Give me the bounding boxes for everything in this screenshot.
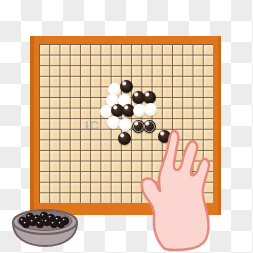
stone-highlight — [31, 220, 33, 222]
transparency-checker-background: IC — [0, 0, 253, 253]
watermark-ring — [144, 121, 155, 132]
bowl-black-stone — [57, 220, 65, 228]
stone-bowl — [10, 205, 80, 251]
go-board-grid — [39, 44, 213, 203]
stone-highlight — [35, 217, 37, 219]
stone-highlight — [52, 222, 54, 224]
stone-highlight — [45, 220, 47, 222]
watermark-ring — [133, 121, 144, 132]
watermark-text: IC — [85, 118, 100, 133]
stone-highlight — [63, 219, 65, 221]
stone-highlight — [56, 218, 58, 220]
stone-highlight — [49, 216, 51, 218]
stone-highlight — [38, 222, 40, 224]
stone-highlight — [21, 219, 23, 221]
stone-highlight — [24, 222, 26, 224]
stone-highlight — [42, 214, 44, 216]
stone-highlight — [59, 222, 61, 224]
go-board — [30, 36, 221, 215]
stone-highlight — [28, 215, 30, 217]
